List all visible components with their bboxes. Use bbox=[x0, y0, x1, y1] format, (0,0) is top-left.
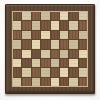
square-r0c0 bbox=[13, 12, 21, 20]
square-r1c5 bbox=[60, 21, 68, 29]
square-r7c1 bbox=[22, 78, 30, 86]
square-r7c2 bbox=[32, 78, 40, 86]
square-r1c4 bbox=[51, 21, 59, 29]
square-r4c2 bbox=[32, 50, 40, 58]
square-r7c0 bbox=[13, 78, 21, 86]
square-r5c0 bbox=[13, 59, 21, 67]
square-r6c0 bbox=[13, 68, 21, 76]
square-r7c7 bbox=[79, 78, 87, 86]
square-r4c4 bbox=[51, 50, 59, 58]
square-r6c6 bbox=[69, 68, 77, 76]
square-r0c6 bbox=[69, 12, 77, 20]
square-r3c4 bbox=[51, 40, 59, 48]
square-r7c4 bbox=[51, 78, 59, 86]
square-r3c3 bbox=[41, 40, 49, 48]
board-grid bbox=[13, 12, 87, 86]
square-r5c2 bbox=[32, 59, 40, 67]
square-r0c7 bbox=[79, 12, 87, 20]
square-r6c7 bbox=[79, 68, 87, 76]
square-r7c6 bbox=[69, 78, 77, 86]
square-r1c3 bbox=[41, 21, 49, 29]
square-r4c3 bbox=[41, 50, 49, 58]
chess-board bbox=[5, 4, 95, 94]
square-r5c6 bbox=[69, 59, 77, 67]
square-r2c0 bbox=[13, 31, 21, 39]
square-r3c1 bbox=[22, 40, 30, 48]
square-r6c4 bbox=[51, 68, 59, 76]
square-r5c7 bbox=[79, 59, 87, 67]
square-r2c1 bbox=[22, 31, 30, 39]
square-r6c1 bbox=[22, 68, 30, 76]
square-r2c7 bbox=[79, 31, 87, 39]
square-r2c2 bbox=[32, 31, 40, 39]
square-r4c1 bbox=[22, 50, 30, 58]
square-r3c5 bbox=[60, 40, 68, 48]
square-r6c2 bbox=[32, 68, 40, 76]
square-r5c5 bbox=[60, 59, 68, 67]
square-r5c4 bbox=[51, 59, 59, 67]
square-r6c5 bbox=[60, 68, 68, 76]
square-r3c2 bbox=[32, 40, 40, 48]
square-r2c6 bbox=[69, 31, 77, 39]
square-r1c7 bbox=[79, 21, 87, 29]
square-r1c1 bbox=[22, 21, 30, 29]
square-r4c0 bbox=[13, 50, 21, 58]
square-r7c3 bbox=[41, 78, 49, 86]
square-r0c5 bbox=[60, 12, 68, 20]
square-r3c6 bbox=[69, 40, 77, 48]
product-photo-background bbox=[0, 0, 100, 100]
square-r1c2 bbox=[32, 21, 40, 29]
square-r3c0 bbox=[13, 40, 21, 48]
square-r2c5 bbox=[60, 31, 68, 39]
square-r2c4 bbox=[51, 31, 59, 39]
square-r0c3 bbox=[41, 12, 49, 20]
square-r5c1 bbox=[22, 59, 30, 67]
square-r4c7 bbox=[79, 50, 87, 58]
square-r6c3 bbox=[41, 68, 49, 76]
square-r5c3 bbox=[41, 59, 49, 67]
square-r4c5 bbox=[60, 50, 68, 58]
maple-inlay-border bbox=[12, 11, 88, 87]
square-r7c5 bbox=[60, 78, 68, 86]
square-r3c7 bbox=[79, 40, 87, 48]
square-r4c6 bbox=[69, 50, 77, 58]
square-r1c0 bbox=[13, 21, 21, 29]
square-r0c1 bbox=[22, 12, 30, 20]
square-r2c3 bbox=[41, 31, 49, 39]
square-r0c2 bbox=[32, 12, 40, 20]
square-r0c4 bbox=[51, 12, 59, 20]
square-r1c6 bbox=[69, 21, 77, 29]
